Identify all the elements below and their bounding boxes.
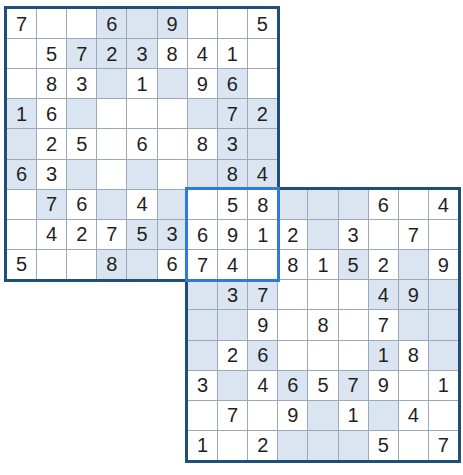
- cell-grid2-r8c5[interactable]: [308, 401, 337, 430]
- cell-grid2-r4c7: 4: [369, 280, 398, 309]
- cell-grid1-r8c4: 7: [97, 220, 126, 249]
- cell-grid1-r5c6[interactable]: [158, 129, 187, 158]
- cell-grid2-r9c5[interactable]: [308, 431, 337, 460]
- cell-grid2-r1c6[interactable]: [339, 190, 368, 219]
- cell-grid2-r5c2[interactable]: [218, 310, 247, 339]
- cell-grid1-r3c1[interactable]: [7, 69, 36, 98]
- cell-grid2-r4c6[interactable]: [339, 280, 368, 309]
- cell-grid2-r1c4[interactable]: [278, 190, 307, 219]
- cell-grid2-r6c3: 6: [248, 341, 277, 370]
- cell-grid2-r6c2: 2: [218, 341, 247, 370]
- cell-grid2-r7c4: 6: [278, 371, 307, 400]
- cell-grid2-r3c6: 5: [339, 250, 368, 279]
- cell-grid2-r4c9[interactable]: [429, 280, 458, 309]
- cell-grid1-r3c2: 8: [37, 69, 66, 98]
- cell-grid1-r6c7[interactable]: [188, 160, 217, 189]
- cell-grid2-r6c1[interactable]: [188, 341, 217, 370]
- cell-grid1-r7c6[interactable]: [158, 190, 187, 219]
- cell-grid1-r3c9[interactable]: [248, 69, 277, 98]
- cell-grid2-r9c6[interactable]: [339, 431, 368, 460]
- cell-grid1-r8c6: 3: [158, 220, 187, 249]
- cell-grid2-r9c1: 1: [188, 431, 217, 460]
- cell-grid1-r6c9: 4: [248, 160, 277, 189]
- cell-grid2-r2c1: 6: [188, 220, 217, 249]
- cell-grid2-r3c4: 8: [278, 250, 307, 279]
- cell-grid1-r7c5: 4: [127, 190, 156, 219]
- cell-grid1-r1c4: 6: [97, 9, 126, 38]
- cell-grid2-r8c7[interactable]: [369, 401, 398, 430]
- cell-grid1-r1c3[interactable]: [67, 9, 96, 38]
- cell-grid1-r6c4[interactable]: [97, 160, 126, 189]
- cell-grid2-r6c9[interactable]: [429, 341, 458, 370]
- cell-grid1-r6c6[interactable]: [158, 160, 187, 189]
- cell-grid1-r2c5: 3: [127, 39, 156, 68]
- cell-grid2-r4c8: 9: [399, 280, 428, 309]
- cell-grid1-r4c6[interactable]: [158, 99, 187, 128]
- cell-grid1-r6c5[interactable]: [127, 160, 156, 189]
- cell-grid1-r5c8: 3: [218, 129, 247, 158]
- twin-sudoku-board: 7695572384183196167225683638476458427536…: [0, 0, 463, 475]
- cell-grid2-r1c1[interactable]: [188, 190, 217, 219]
- cell-grid1-r4c3[interactable]: [67, 99, 96, 128]
- cell-grid1-r2c8: 1: [218, 39, 247, 68]
- cell-grid1-r5c5: 6: [127, 129, 156, 158]
- cell-grid1-r7c3: 6: [67, 190, 96, 219]
- cell-grid2-r7c1: 3: [188, 371, 217, 400]
- cell-grid1-r3c3: 3: [67, 69, 96, 98]
- cell-grid2-r5c9[interactable]: [429, 310, 458, 339]
- cell-grid2-r7c8[interactable]: [399, 371, 428, 400]
- cell-grid2-r7c7: 9: [369, 371, 398, 400]
- cell-grid2-r8c4: 9: [278, 401, 307, 430]
- cell-grid1-r1c1: 7: [7, 9, 36, 38]
- cell-grid2-r5c4[interactable]: [278, 310, 307, 339]
- cell-grid2-r5c7: 7: [369, 310, 398, 339]
- cell-grid2-r3c8[interactable]: [399, 250, 428, 279]
- cell-grid2-r1c3: 8: [248, 190, 277, 219]
- cell-grid1-r9c5[interactable]: [127, 250, 156, 279]
- cell-grid1-r6c3[interactable]: [67, 160, 96, 189]
- cell-grid2-r5c5: 8: [308, 310, 337, 339]
- cell-grid1-r6c1: 6: [7, 160, 36, 189]
- cell-grid2-r8c2: 7: [218, 401, 247, 430]
- cell-grid1-r7c4[interactable]: [97, 190, 126, 219]
- cell-grid1-r4c7[interactable]: [188, 99, 217, 128]
- cell-grid2-r3c3[interactable]: [248, 250, 277, 279]
- cell-grid2-r9c2[interactable]: [218, 431, 247, 460]
- cell-grid2-r6c7: 1: [369, 341, 398, 370]
- cell-grid2-r4c1[interactable]: [188, 280, 217, 309]
- cell-grid1-r2c7: 4: [188, 39, 217, 68]
- cell-grid1-r2c6: 8: [158, 39, 187, 68]
- cell-grid1-r1c9: 5: [248, 9, 277, 38]
- cell-grid2-r9c4[interactable]: [278, 431, 307, 460]
- cell-grid2-r5c8[interactable]: [399, 310, 428, 339]
- cell-grid2-r3c1: 7: [188, 250, 217, 279]
- cell-grid1-r5c1[interactable]: [7, 129, 36, 158]
- cell-grid2-r1c5[interactable]: [308, 190, 337, 219]
- cell-grid1-r3c7: 9: [188, 69, 217, 98]
- cell-grid1-r3c8: 6: [218, 69, 247, 98]
- cell-grid2-r2c8: 7: [399, 220, 428, 249]
- cell-grid1-r9c2[interactable]: [37, 250, 66, 279]
- cell-grid2-r3c9: 9: [429, 250, 458, 279]
- cell-grid2-r7c2[interactable]: [218, 371, 247, 400]
- cell-grid1-r6c8: 8: [218, 160, 247, 189]
- cell-grid2-r1c9: 4: [429, 190, 458, 219]
- cell-grid1-r9c4: 8: [97, 250, 126, 279]
- cell-grid1-r5c2: 2: [37, 129, 66, 158]
- cell-grid2-r9c3: 2: [248, 431, 277, 460]
- cell-grid1-r5c3: 5: [67, 129, 96, 158]
- cell-grid1-r9c3[interactable]: [67, 250, 96, 279]
- cell-grid2-r2c5[interactable]: [308, 220, 337, 249]
- cell-grid1-r6c2: 3: [37, 160, 66, 189]
- cell-grid2-r4c3: 7: [248, 280, 277, 309]
- cell-grid2-r8c3[interactable]: [248, 401, 277, 430]
- cell-grid2-r6c6[interactable]: [339, 341, 368, 370]
- cell-grid2-r2c7[interactable]: [369, 220, 398, 249]
- cell-grid2-r9c8[interactable]: [399, 431, 428, 460]
- cell-grid2-r2c4: 2: [278, 220, 307, 249]
- cell-grid2-r5c1[interactable]: [188, 310, 217, 339]
- cell-grid1-r8c2: 4: [37, 220, 66, 249]
- cell-grid2-r8c9[interactable]: [429, 401, 458, 430]
- cell-grid1-r1c6: 9: [158, 9, 187, 38]
- cell-grid1-r3c6[interactable]: [158, 69, 187, 98]
- cell-grid2-r4c2: 3: [218, 280, 247, 309]
- cell-grid1-r2c4: 2: [97, 39, 126, 68]
- cell-grid2-r6c5[interactable]: [308, 341, 337, 370]
- cell-grid2-r2c9[interactable]: [429, 220, 458, 249]
- cell-grid1-r5c9[interactable]: [248, 129, 277, 158]
- cell-grid1-r8c5: 5: [127, 220, 156, 249]
- cell-grid2-r8c6: 1: [339, 401, 368, 430]
- cell-grid1-r1c8[interactable]: [218, 9, 247, 38]
- cell-grid1-r4c9: 2: [248, 99, 277, 128]
- cell-grid1-r4c2: 6: [37, 99, 66, 128]
- cell-grid1-r4c1: 1: [7, 99, 36, 128]
- cell-grid2-r7c6: 7: [339, 371, 368, 400]
- cell-grid2-r4c5[interactable]: [308, 280, 337, 309]
- cell-grid1-r2c1[interactable]: [7, 39, 36, 68]
- cell-grid2-r9c7: 5: [369, 431, 398, 460]
- cell-grid2-r4c4[interactable]: [278, 280, 307, 309]
- cell-grid1-r4c4[interactable]: [97, 99, 126, 128]
- cell-grid2-r3c5: 1: [308, 250, 337, 279]
- sudoku-grid-2: 5864691237748152937499872618346579179141…: [185, 187, 461, 463]
- cell-grid1-r7c2: 7: [37, 190, 66, 219]
- cell-grid1-r3c4[interactable]: [97, 69, 126, 98]
- cell-grid2-r1c7: 6: [369, 190, 398, 219]
- cell-grid1-r4c8: 7: [218, 99, 247, 128]
- cell-grid1-r2c3: 7: [67, 39, 96, 68]
- cell-grid2-r5c3: 9: [248, 310, 277, 339]
- cell-grid2-r3c7: 2: [369, 250, 398, 279]
- cell-grid1-r7c1[interactable]: [7, 190, 36, 219]
- cell-grid1-r4c5[interactable]: [127, 99, 156, 128]
- cell-grid1-r9c6: 6: [158, 250, 187, 279]
- cell-grid2-r2c2: 9: [218, 220, 247, 249]
- cell-grid2-r8c1[interactable]: [188, 401, 217, 430]
- cell-grid1-r1c2[interactable]: [37, 9, 66, 38]
- cell-grid2-r8c8: 4: [399, 401, 428, 430]
- cell-grid2-r2c3: 1: [248, 220, 277, 249]
- cell-grid2-r6c8: 8: [399, 341, 428, 370]
- cell-grid1-r1c5[interactable]: [127, 9, 156, 38]
- cell-grid2-r7c3: 4: [248, 371, 277, 400]
- cell-grid1-r8c1[interactable]: [7, 220, 36, 249]
- cell-grid1-r2c9[interactable]: [248, 39, 277, 68]
- cell-grid2-r2c6: 3: [339, 220, 368, 249]
- cell-grid1-r5c4[interactable]: [97, 129, 126, 158]
- cell-grid1-r9c1: 5: [7, 250, 36, 279]
- cell-grid1-r5c7: 8: [188, 129, 217, 158]
- cell-grid1-r3c5: 1: [127, 69, 156, 98]
- cell-grid2-r6c4[interactable]: [278, 341, 307, 370]
- cell-grid2-r1c8[interactable]: [399, 190, 428, 219]
- cell-grid1-r1c7[interactable]: [188, 9, 217, 38]
- cell-grid2-r5c6[interactable]: [339, 310, 368, 339]
- cell-grid2-r9c9: 7: [429, 431, 458, 460]
- cell-grid2-r3c2: 4: [218, 250, 247, 279]
- cell-grid2-r7c9: 1: [429, 371, 458, 400]
- cell-grid1-r2c2: 5: [37, 39, 66, 68]
- cell-grid1-r8c3: 2: [67, 220, 96, 249]
- cell-grid2-r1c2: 5: [218, 190, 247, 219]
- cell-grid2-r7c5: 5: [308, 371, 337, 400]
